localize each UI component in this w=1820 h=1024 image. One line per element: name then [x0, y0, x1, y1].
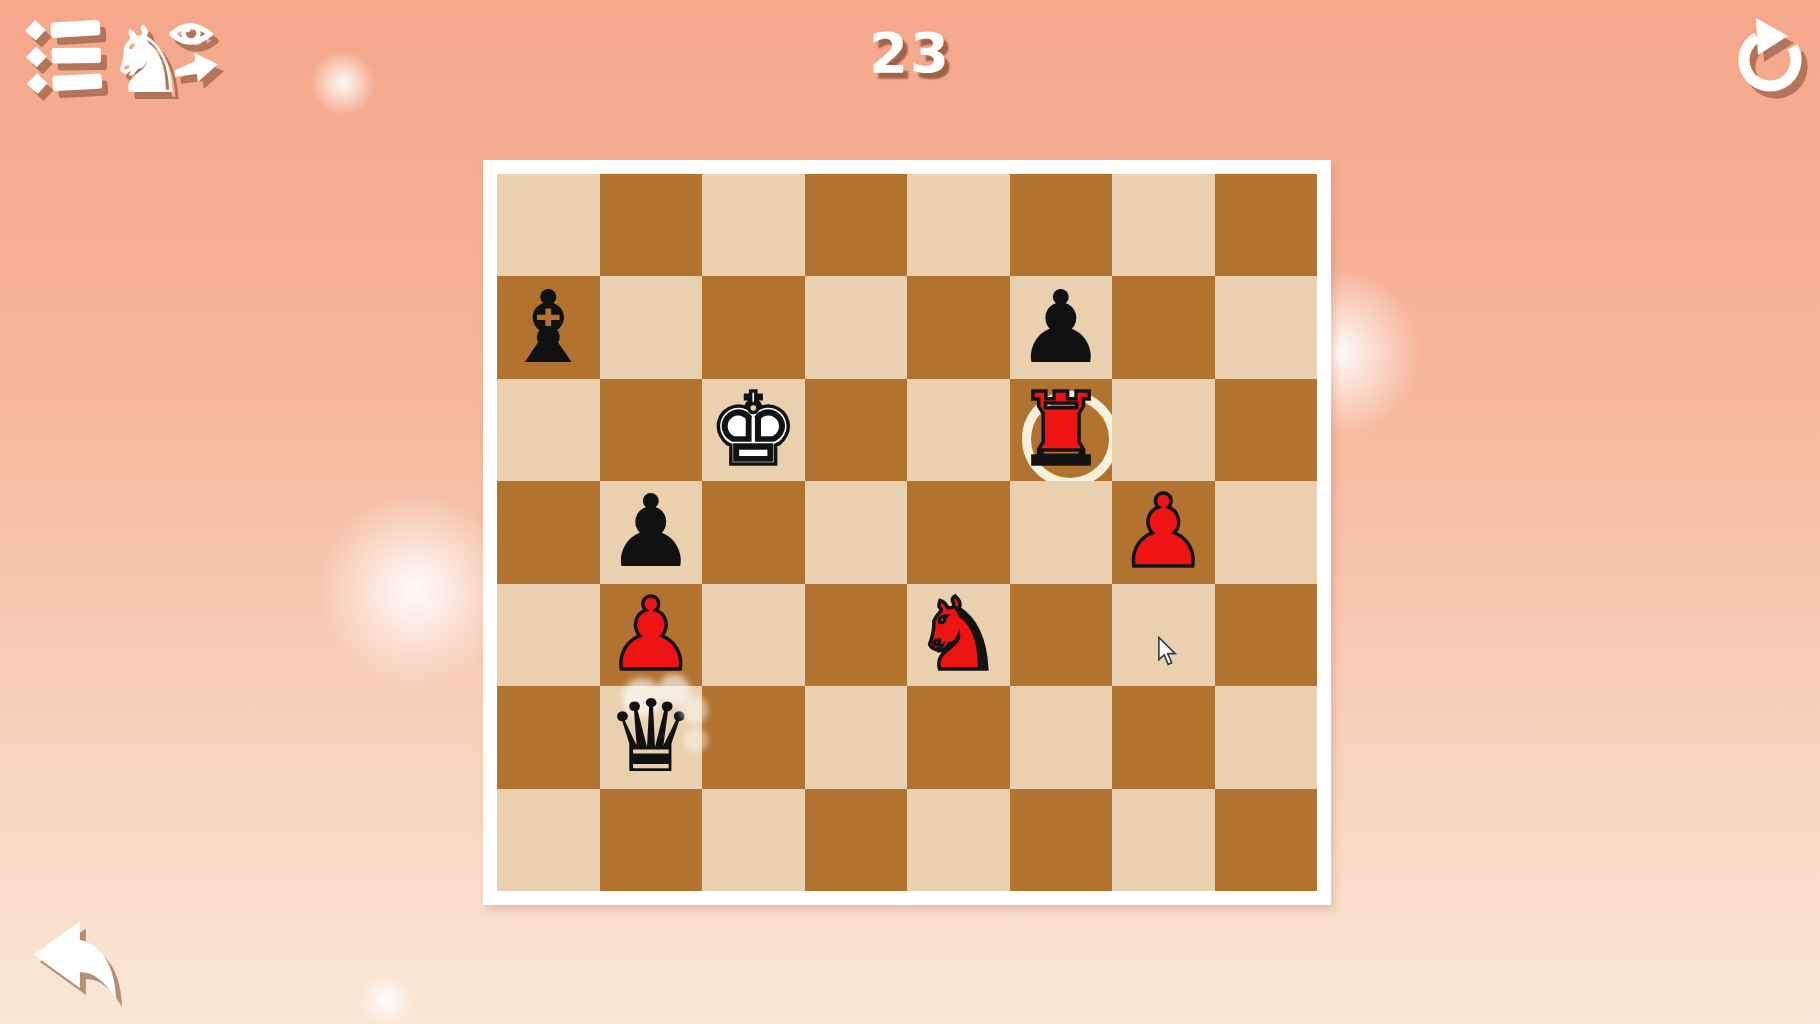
piece-black-pawn[interactable]: ♟	[1010, 276, 1113, 378]
square-b3[interactable]: ♟	[600, 584, 703, 686]
square-b4[interactable]: ♟	[600, 481, 703, 583]
square-h1[interactable]	[1215, 789, 1318, 891]
square-g2[interactable]	[1112, 686, 1215, 788]
restart-button[interactable]	[1730, 14, 1810, 100]
restart-icon	[1730, 14, 1810, 100]
square-a7[interactable]	[497, 174, 600, 276]
square-c6[interactable]	[702, 276, 805, 378]
square-a6[interactable]: ♝	[497, 276, 600, 378]
piece-black-pawn[interactable]: ♟	[600, 481, 703, 583]
square-e3[interactable]: ♞	[907, 584, 1010, 686]
square-a2[interactable]	[497, 686, 600, 788]
square-f6[interactable]: ♟	[1010, 276, 1113, 378]
square-f2[interactable]	[1010, 686, 1113, 788]
board-frame: ♝♟♚♜♟♟♟♞♛	[483, 160, 1331, 905]
square-c7[interactable]	[702, 174, 805, 276]
square-h6[interactable]	[1215, 276, 1318, 378]
square-g4[interactable]: ♟	[1112, 481, 1215, 583]
piece-white-king[interactable]: ♚	[702, 379, 805, 481]
piece-red-pawn[interactable]: ♟	[600, 584, 703, 686]
square-a5[interactable]	[497, 379, 600, 481]
square-a4[interactable]	[497, 481, 600, 583]
square-d5[interactable]	[805, 379, 908, 481]
chess-board: ♝♟♚♜♟♟♟♞♛	[497, 174, 1317, 891]
piece-black-bishop[interactable]: ♝	[497, 276, 600, 378]
square-d2[interactable]	[805, 686, 908, 788]
square-e5[interactable]	[907, 379, 1010, 481]
square-b1[interactable]	[600, 789, 703, 891]
square-c1[interactable]	[702, 789, 805, 891]
square-a1[interactable]	[497, 789, 600, 891]
undo-arrow-icon	[24, 918, 122, 1012]
square-e4[interactable]	[907, 481, 1010, 583]
square-b6[interactable]	[600, 276, 703, 378]
square-g6[interactable]	[1112, 276, 1215, 378]
game-screen: ♞ 23 ♝♟♚♜♟♟♟♞♛	[0, 0, 1820, 1024]
square-g7[interactable]	[1112, 174, 1215, 276]
square-b7[interactable]	[600, 174, 703, 276]
square-f5[interactable]: ♜	[1010, 379, 1113, 481]
sparkle-particle	[357, 971, 414, 1024]
square-b2[interactable]: ♛	[600, 686, 703, 788]
square-f7[interactable]	[1010, 174, 1113, 276]
square-c4[interactable]	[702, 481, 805, 583]
piece-red-rook[interactable]: ♜	[1010, 379, 1113, 481]
square-f1[interactable]	[1010, 789, 1113, 891]
square-h5[interactable]	[1215, 379, 1318, 481]
square-d1[interactable]	[805, 789, 908, 891]
square-a3[interactable]	[497, 584, 600, 686]
square-h7[interactable]	[1215, 174, 1318, 276]
square-b5[interactable]	[600, 379, 703, 481]
piece-red-knight[interactable]: ♞	[907, 584, 1010, 686]
square-f3[interactable]	[1010, 584, 1113, 686]
square-h2[interactable]	[1215, 686, 1318, 788]
square-d7[interactable]	[805, 174, 908, 276]
square-e2[interactable]	[907, 686, 1010, 788]
level-number: 23	[0, 20, 1820, 85]
piece-red-pawn[interactable]: ♟	[1112, 481, 1215, 583]
square-f4[interactable]	[1010, 481, 1113, 583]
square-g3[interactable]	[1112, 584, 1215, 686]
square-h3[interactable]	[1215, 584, 1318, 686]
square-h4[interactable]	[1215, 481, 1318, 583]
square-g1[interactable]	[1112, 789, 1215, 891]
square-c2[interactable]	[702, 686, 805, 788]
square-g5[interactable]	[1112, 379, 1215, 481]
square-d6[interactable]	[805, 276, 908, 378]
square-e1[interactable]	[907, 789, 1010, 891]
undo-button[interactable]	[24, 918, 122, 1012]
square-e6[interactable]	[907, 276, 1010, 378]
piece-black-queen[interactable]: ♛	[600, 686, 703, 788]
square-d4[interactable]	[805, 481, 908, 583]
square-c3[interactable]	[702, 584, 805, 686]
square-c5[interactable]: ♚	[702, 379, 805, 481]
square-d3[interactable]	[805, 584, 908, 686]
square-e7[interactable]	[907, 174, 1010, 276]
